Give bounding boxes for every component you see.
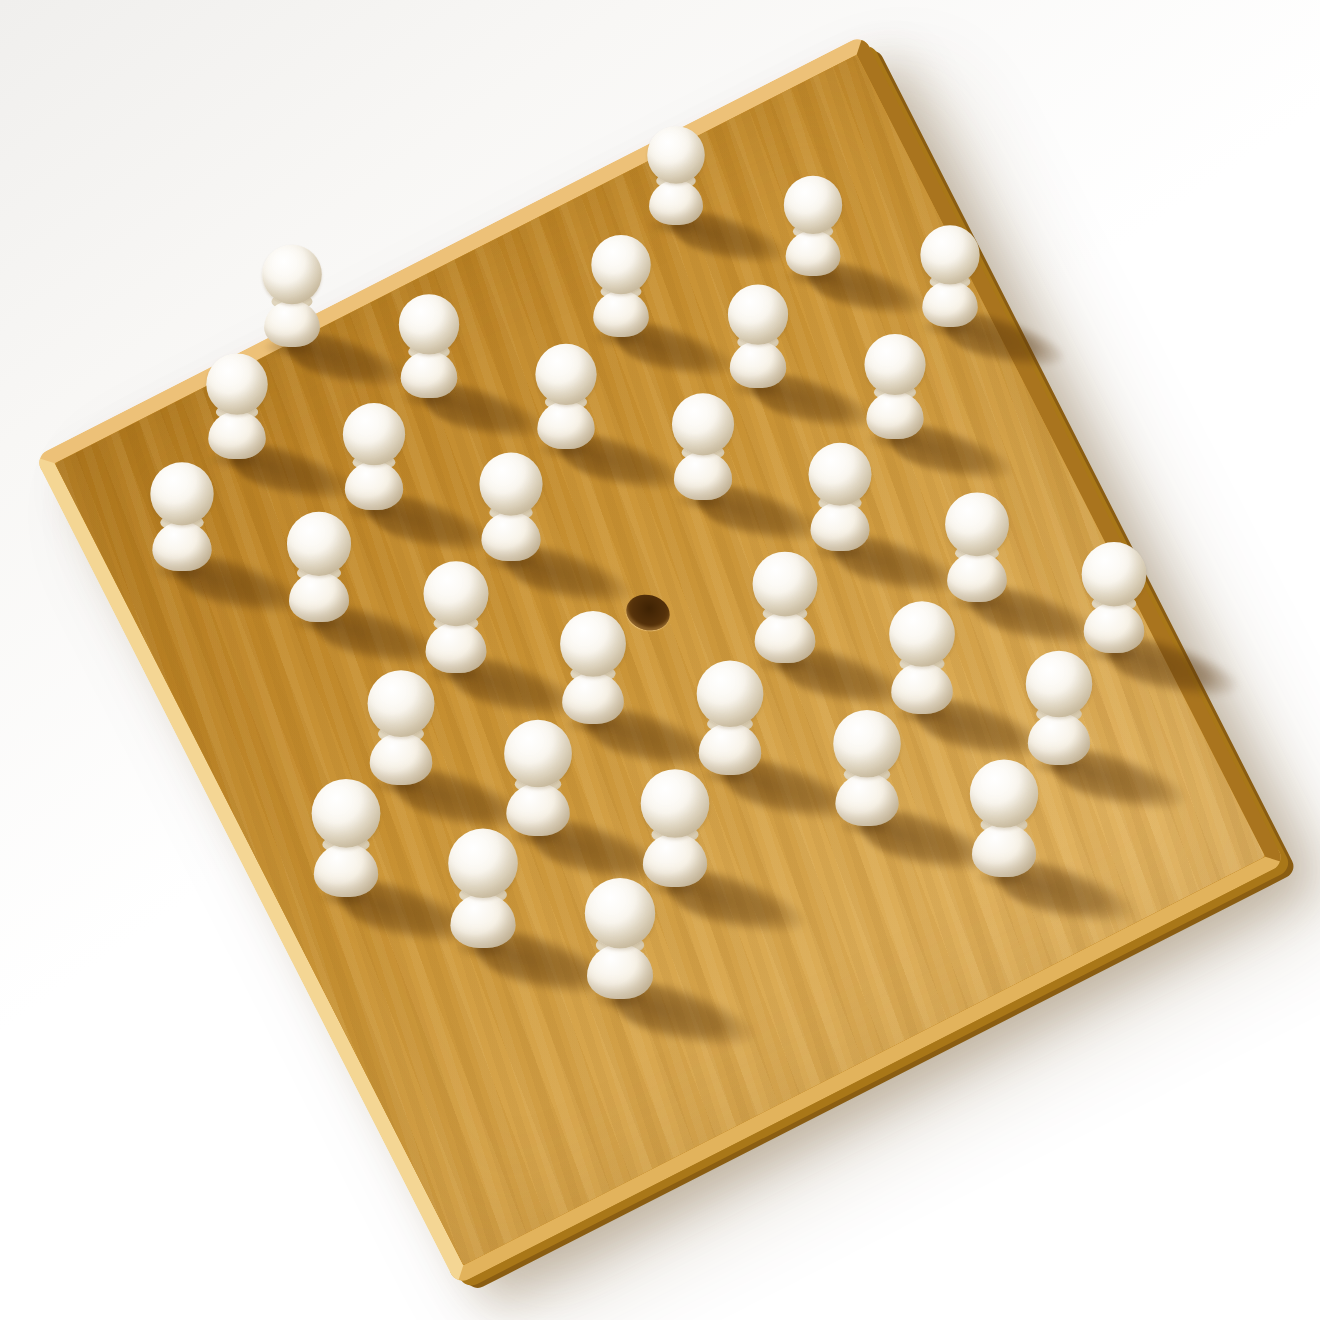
peg-head (641, 769, 710, 838)
peg[interactable] (501, 718, 575, 836)
peg-head (287, 512, 351, 576)
peg-head (753, 552, 818, 617)
peg[interactable] (203, 352, 270, 459)
peg-base (891, 663, 953, 714)
peg[interactable] (942, 490, 1012, 602)
peg[interactable] (396, 292, 462, 398)
peg-base (264, 300, 320, 347)
peg[interactable] (476, 451, 545, 561)
peg[interactable] (533, 342, 600, 449)
peg[interactable] (364, 668, 437, 785)
peg-head (479, 453, 542, 516)
peg-base (314, 843, 378, 897)
peg[interactable] (420, 559, 491, 673)
peg-base (289, 572, 349, 622)
peg-head (591, 235, 650, 294)
peg-base (562, 673, 624, 724)
peg-head (368, 670, 435, 737)
peg[interactable] (830, 708, 904, 826)
peg-base (755, 612, 816, 663)
photo-canvas (0, 0, 1320, 1320)
peg[interactable] (259, 243, 324, 347)
peg-head (206, 353, 267, 414)
peg[interactable] (967, 757, 1042, 877)
peg[interactable] (557, 609, 629, 724)
peg-head (448, 828, 518, 898)
peg-head (585, 878, 655, 948)
peg-head (864, 334, 925, 395)
peg-head (504, 720, 572, 788)
peg-head (970, 760, 1038, 828)
peg[interactable] (308, 777, 383, 897)
peg-base (649, 180, 703, 225)
peg-base (481, 512, 540, 561)
peg-base (587, 944, 653, 999)
peg-head (697, 660, 764, 727)
peg[interactable] (694, 658, 767, 775)
peg[interactable] (147, 460, 216, 571)
peg[interactable] (340, 401, 408, 510)
peg-base (593, 291, 649, 337)
peg-base (401, 351, 458, 398)
peg-head (1082, 542, 1147, 607)
peg-head (399, 294, 459, 354)
pegs-layer (0, 0, 1320, 1320)
peg[interactable] (638, 767, 713, 887)
peg-head (647, 126, 705, 184)
peg-base (674, 452, 732, 501)
peg[interactable] (862, 332, 929, 439)
peg-head (889, 601, 955, 667)
peg[interactable] (1079, 540, 1150, 653)
peg-head (1026, 651, 1092, 717)
peg-head (809, 443, 872, 506)
peg-base (426, 622, 487, 673)
peg-head (150, 462, 213, 525)
peg[interactable] (589, 233, 654, 337)
peg[interactable] (781, 174, 845, 276)
peg-base (811, 502, 870, 551)
peg-base (1084, 603, 1145, 653)
peg[interactable] (750, 550, 821, 663)
peg[interactable] (806, 441, 875, 551)
peg-head (343, 403, 405, 465)
peg-base (537, 401, 594, 449)
peg-base (450, 894, 515, 948)
peg-head (672, 393, 734, 455)
peg[interactable] (1023, 649, 1096, 765)
peg-base (345, 461, 403, 510)
peg[interactable] (645, 124, 708, 225)
peg-head (535, 344, 596, 405)
peg-base (947, 552, 1007, 602)
peg-head (424, 561, 489, 626)
peg[interactable] (284, 510, 354, 622)
peg-base (208, 411, 266, 459)
peg-base (922, 281, 978, 327)
peg-base (972, 824, 1036, 877)
peg[interactable] (918, 223, 983, 327)
peg-head (920, 225, 979, 284)
peg[interactable] (445, 826, 521, 948)
peg-head (262, 245, 322, 305)
peg-base (152, 522, 211, 571)
peg[interactable] (582, 876, 659, 999)
peg-base (730, 341, 786, 388)
peg-head (728, 285, 788, 345)
peg-head (784, 176, 842, 234)
peg-base (786, 230, 841, 276)
peg-base (866, 391, 923, 439)
peg[interactable] (725, 283, 791, 388)
peg-base (835, 773, 898, 826)
peg-head (560, 611, 626, 677)
peg[interactable] (669, 391, 737, 500)
peg-head (945, 492, 1009, 556)
peg-head (312, 779, 381, 848)
peg-head (833, 710, 901, 778)
peg[interactable] (886, 599, 958, 714)
